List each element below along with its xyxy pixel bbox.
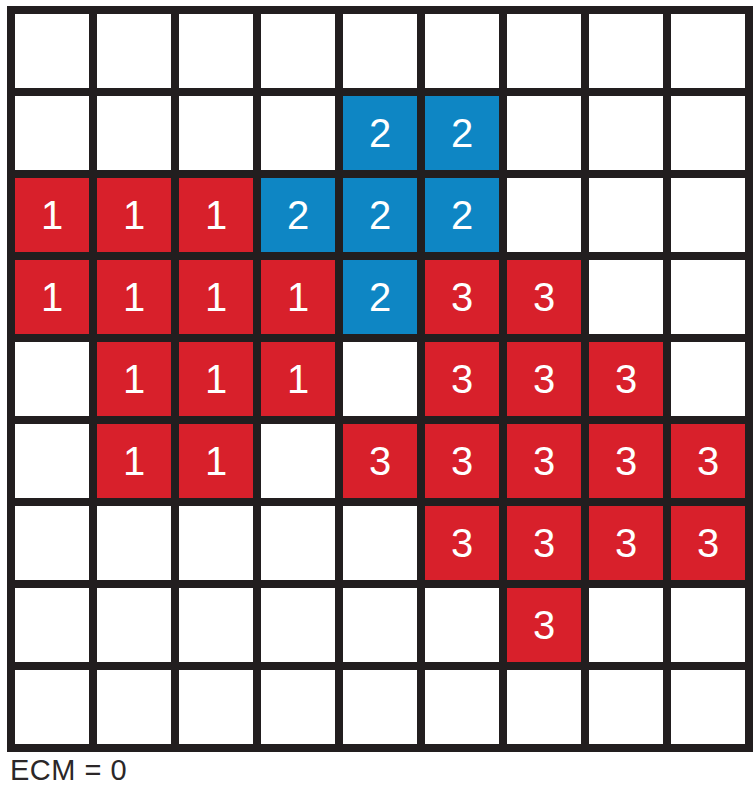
cell-r5c1 bbox=[15, 342, 89, 416]
figure-page: 221112221111233111333113333333333 ECM = … bbox=[0, 0, 754, 790]
cell-r2c5: 2 bbox=[343, 96, 417, 170]
cell-r4c8 bbox=[589, 260, 663, 334]
cell-r7c7: 3 bbox=[507, 506, 581, 580]
cell-r9c8 bbox=[589, 670, 663, 744]
cell-r5c8: 3 bbox=[589, 342, 663, 416]
cell-r7c2 bbox=[97, 506, 171, 580]
cell-r6c7: 3 bbox=[507, 424, 581, 498]
cell-r6c8: 3 bbox=[589, 424, 663, 498]
cell-r5c5 bbox=[343, 342, 417, 416]
cell-r4c3: 1 bbox=[179, 260, 253, 334]
cell-r5c4: 1 bbox=[261, 342, 335, 416]
cell-r1c5 bbox=[343, 14, 417, 88]
cell-r8c9 bbox=[671, 588, 745, 662]
cell-r3c9 bbox=[671, 178, 745, 252]
cell-r5c3: 1 bbox=[179, 342, 253, 416]
cell-r2c2 bbox=[97, 96, 171, 170]
cell-r1c6 bbox=[425, 14, 499, 88]
cell-r7c3 bbox=[179, 506, 253, 580]
cell-r1c2 bbox=[97, 14, 171, 88]
cell-r8c1 bbox=[15, 588, 89, 662]
cell-r1c4 bbox=[261, 14, 335, 88]
cell-r4c6: 3 bbox=[425, 260, 499, 334]
cell-r4c5: 2 bbox=[343, 260, 417, 334]
cell-r9c4 bbox=[261, 670, 335, 744]
cell-r1c7 bbox=[507, 14, 581, 88]
cell-r3c1: 1 bbox=[15, 178, 89, 252]
cell-r8c5 bbox=[343, 588, 417, 662]
cell-r9c3 bbox=[179, 670, 253, 744]
cell-r8c3 bbox=[179, 588, 253, 662]
cell-r9c7 bbox=[507, 670, 581, 744]
cell-r3c8 bbox=[589, 178, 663, 252]
cell-r6c4 bbox=[261, 424, 335, 498]
cell-r1c8 bbox=[589, 14, 663, 88]
cell-r5c6: 3 bbox=[425, 342, 499, 416]
cell-r9c1 bbox=[15, 670, 89, 744]
cell-r6c9: 3 bbox=[671, 424, 745, 498]
cell-r7c8: 3 bbox=[589, 506, 663, 580]
cell-r6c3: 1 bbox=[179, 424, 253, 498]
cell-r7c6: 3 bbox=[425, 506, 499, 580]
cell-r4c2: 1 bbox=[97, 260, 171, 334]
cell-r4c4: 1 bbox=[261, 260, 335, 334]
cell-r2c4 bbox=[261, 96, 335, 170]
cell-r5c7: 3 bbox=[507, 342, 581, 416]
cell-r9c9 bbox=[671, 670, 745, 744]
cell-r3c2: 1 bbox=[97, 178, 171, 252]
cell-r6c2: 1 bbox=[97, 424, 171, 498]
cell-r9c5 bbox=[343, 670, 417, 744]
cell-r2c8 bbox=[589, 96, 663, 170]
puzzle-board: 221112221111233111333113333333333 bbox=[7, 6, 753, 752]
cell-r9c2 bbox=[97, 670, 171, 744]
cell-r4c7: 3 bbox=[507, 260, 581, 334]
cell-r8c8 bbox=[589, 588, 663, 662]
cell-r3c7 bbox=[507, 178, 581, 252]
cell-r6c5: 3 bbox=[343, 424, 417, 498]
cell-r3c3: 1 bbox=[179, 178, 253, 252]
cell-r8c6 bbox=[425, 588, 499, 662]
cell-r5c9 bbox=[671, 342, 745, 416]
cell-r1c9 bbox=[671, 14, 745, 88]
cell-r4c9 bbox=[671, 260, 745, 334]
cell-r1c1 bbox=[15, 14, 89, 88]
cell-r4c1: 1 bbox=[15, 260, 89, 334]
cell-r6c6: 3 bbox=[425, 424, 499, 498]
cell-r3c4: 2 bbox=[261, 178, 335, 252]
cell-r6c1 bbox=[15, 424, 89, 498]
cell-r7c4 bbox=[261, 506, 335, 580]
cell-r2c9 bbox=[671, 96, 745, 170]
cell-r2c7 bbox=[507, 96, 581, 170]
cell-r3c6: 2 bbox=[425, 178, 499, 252]
ecm-caption: ECM = 0 bbox=[10, 754, 127, 787]
cell-r7c5 bbox=[343, 506, 417, 580]
cell-r9c6 bbox=[425, 670, 499, 744]
cell-r2c3 bbox=[179, 96, 253, 170]
cell-r3c5: 2 bbox=[343, 178, 417, 252]
cell-r8c4 bbox=[261, 588, 335, 662]
cell-r1c3 bbox=[179, 14, 253, 88]
cell-r7c9: 3 bbox=[671, 506, 745, 580]
cell-r8c7: 3 bbox=[507, 588, 581, 662]
cell-r7c1 bbox=[15, 506, 89, 580]
cell-r5c2: 1 bbox=[97, 342, 171, 416]
cell-r2c6: 2 bbox=[425, 96, 499, 170]
cell-r8c2 bbox=[97, 588, 171, 662]
cell-r2c1 bbox=[15, 96, 89, 170]
